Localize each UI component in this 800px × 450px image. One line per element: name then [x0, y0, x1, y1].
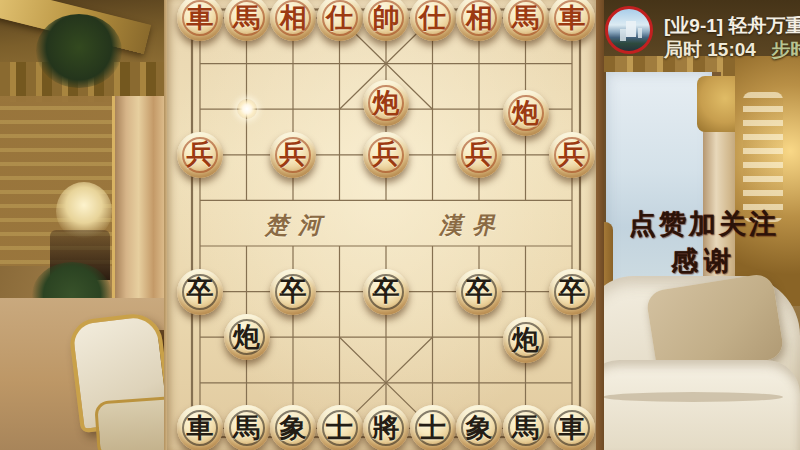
sofa-seat-cushion: [585, 360, 800, 450]
piece-black-卒[interactable]: 卒: [549, 269, 595, 315]
piece-glyph: 炮: [373, 89, 400, 116]
piece-glyph: 馬: [512, 4, 539, 31]
piece-red-仕[interactable]: 仕: [410, 0, 456, 41]
piece-black-卒[interactable]: 卒: [456, 269, 502, 315]
piece-glyph: 炮: [233, 323, 260, 350]
piece-red-兵[interactable]: 兵: [363, 132, 409, 178]
piece-black-卒[interactable]: 卒: [177, 269, 223, 315]
piece-glyph: 將: [373, 414, 400, 441]
streamer-avatar[interactable]: [605, 6, 653, 54]
streamer-name: [业9-1] 轻舟万重山: [664, 13, 800, 39]
promo-line2: 感谢: [606, 243, 800, 279]
piece-black-象[interactable]: 象: [270, 405, 316, 450]
stream-frame: { "game": { "name": "xiangqi", "orientat…: [0, 0, 800, 450]
step-timer-label: 步时: [771, 39, 800, 60]
piece-black-卒[interactable]: 卒: [363, 269, 409, 315]
piece-glyph: 仕: [326, 4, 353, 31]
piece-black-車[interactable]: 車: [177, 405, 223, 450]
piece-black-象[interactable]: 象: [456, 405, 502, 450]
piece-glyph: 炮: [512, 326, 539, 353]
piece-glyph: 象: [280, 414, 307, 441]
piece-glyph: 仕: [419, 4, 446, 31]
promo-text: 点赞加关注 感谢: [606, 206, 800, 279]
piece-glyph: 相: [280, 4, 307, 31]
xiangqi-board[interactable]: 楚河 漢界 車馬相仕帥仕相馬車炮炮兵兵兵兵兵卒卒卒卒卒炮炮車馬象士將士象馬車: [167, 0, 596, 450]
piece-glyph: 馬: [233, 414, 260, 441]
piece-red-兵[interactable]: 兵: [456, 132, 502, 178]
pieces-grid: 車馬相仕帥仕相馬車炮炮兵兵兵兵兵卒卒卒卒卒炮炮車馬象士將士象馬車: [177, 0, 596, 450]
piece-black-炮[interactable]: 炮: [224, 314, 270, 360]
piece-red-炮[interactable]: 炮: [363, 80, 409, 126]
piece-glyph: 兵: [559, 140, 586, 167]
piece-red-相[interactable]: 相: [270, 0, 316, 41]
piece-glyph: 士: [326, 414, 353, 441]
piece-glyph: 炮: [512, 99, 539, 126]
piece-red-相[interactable]: 相: [456, 0, 502, 41]
piece-red-仕[interactable]: 仕: [317, 0, 363, 41]
piece-glyph: 相: [466, 4, 493, 31]
piece-glyph: 卒: [466, 277, 493, 304]
piece-glyph: 卒: [280, 277, 307, 304]
promo-line1: 点赞加关注: [606, 206, 800, 242]
piece-glyph: 車: [559, 414, 586, 441]
piece-glyph: 象: [466, 414, 493, 441]
piece-black-將[interactable]: 將: [363, 405, 409, 450]
piece-black-馬[interactable]: 馬: [503, 405, 549, 450]
piece-glyph: 卒: [187, 277, 214, 304]
piece-glyph: 兵: [280, 140, 307, 167]
piece-glyph: 車: [187, 4, 214, 31]
piece-black-士[interactable]: 士: [410, 405, 456, 450]
piece-black-士[interactable]: 士: [317, 405, 363, 450]
board-right-side-face: [596, 0, 604, 450]
piece-glyph: 馬: [233, 4, 260, 31]
piece-red-帥[interactable]: 帥: [363, 0, 409, 41]
piece-glyph: 兵: [373, 140, 400, 167]
piece-red-車[interactable]: 車: [177, 0, 223, 41]
piece-red-車[interactable]: 車: [549, 0, 595, 41]
piece-red-炮[interactable]: 炮: [503, 90, 549, 136]
sofa-fold-shadow: [603, 392, 783, 402]
piece-red-兵[interactable]: 兵: [270, 132, 316, 178]
plant-upper: [36, 14, 122, 88]
piece-glyph: 兵: [187, 140, 214, 167]
piece-glyph: 卒: [559, 277, 586, 304]
piece-red-兵[interactable]: 兵: [549, 132, 595, 178]
piece-glyph: 車: [187, 414, 214, 441]
piece-red-馬[interactable]: 馬: [224, 0, 270, 41]
piece-glyph: 士: [419, 414, 446, 441]
game-timer-value: 15:04: [707, 39, 756, 60]
crystal-sconce-icon: [743, 92, 783, 222]
piece-black-馬[interactable]: 馬: [224, 405, 270, 450]
piece-red-馬[interactable]: 馬: [503, 0, 549, 41]
last-move-marker: [237, 99, 257, 119]
game-timer-label: 局时: [664, 39, 702, 60]
piece-glyph: 兵: [466, 140, 493, 167]
room-left-background: [0, 0, 178, 450]
clock-line: 局时 15:04 步时: [664, 37, 800, 63]
piece-black-車[interactable]: 車: [549, 405, 595, 450]
piece-black-炮[interactable]: 炮: [503, 317, 549, 363]
piece-glyph: 馬: [512, 414, 539, 441]
piece-red-兵[interactable]: 兵: [177, 132, 223, 178]
piece-glyph: 卒: [373, 277, 400, 304]
piece-black-卒[interactable]: 卒: [270, 269, 316, 315]
piece-glyph: 車: [559, 4, 586, 31]
piece-glyph: 帥: [373, 4, 400, 31]
